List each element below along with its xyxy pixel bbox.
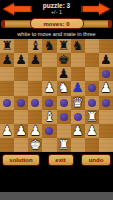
square-e6[interactable]: ♟ [57,67,71,81]
square-a5[interactable] [0,81,14,95]
piece-black-pawn-h7[interactable]: ♟ [100,53,112,67]
square-a8[interactable]: ♜ [0,39,14,53]
square-f8[interactable]: ♞ [71,39,85,53]
piece-white-pawn-d5[interactable]: ♟ [44,81,56,95]
header: puzzle: 3 +/- 1 [0,2,113,15]
square-a6[interactable] [0,67,14,81]
move-dot-a4[interactable] [3,99,11,107]
piece-white-pawn-f2[interactable]: ♟ [72,124,84,138]
square-e3[interactable] [57,110,71,124]
button-row: solution exit undo [2,154,111,166]
move-dot-e4[interactable] [60,99,68,107]
square-e7[interactable]: ♚ [57,53,71,67]
move-dot-h6[interactable] [102,70,110,78]
square-d7[interactable] [42,53,56,67]
piece-black-pawn-b7[interactable]: ♟ [15,53,27,67]
square-g7[interactable] [85,53,99,67]
square-f3[interactable] [71,110,85,124]
square-a7[interactable]: ♟ [0,53,14,67]
chess-puzzle-app: puzzle: 3 +/- 1 moves: 0 white to move a… [0,0,113,200]
piece-black-knight-d8[interactable]: ♞ [44,39,56,53]
piece-black-knight-f8[interactable]: ♞ [72,39,84,53]
piece-white-pawn-h5[interactable]: ♟ [100,81,112,95]
square-b5[interactable] [14,81,28,95]
move-dot-c4[interactable] [31,99,39,107]
square-d8[interactable]: ♞ [42,39,56,53]
move-dot-f3[interactable] [74,113,82,121]
square-b1[interactable] [14,138,28,152]
square-h1[interactable] [99,138,113,152]
square-f2[interactable]: ♟ [71,124,85,138]
square-f4[interactable]: ♛ [71,96,85,110]
piece-white-pawn-c2[interactable]: ♟ [29,124,41,138]
move-dot-e3[interactable] [60,113,68,121]
move-dot-g5[interactable] [88,84,96,92]
puzzle-number-label: puzzle: 3 [0,2,113,9]
square-d4[interactable] [42,96,56,110]
move-dot-b4[interactable] [17,99,25,107]
square-c5[interactable] [28,81,42,95]
square-a1[interactable] [0,138,14,152]
piece-black-bishop-c8[interactable]: ♝ [29,39,41,53]
instruction-text: white to move and mate in three [0,31,113,37]
piece-white-knight-e5[interactable]: ♞ [58,81,70,95]
square-b7[interactable]: ♟ [14,53,28,67]
square-h6[interactable] [99,67,113,81]
square-g5[interactable] [85,81,99,95]
square-g3[interactable]: ♜ [85,110,99,124]
square-g6[interactable] [85,67,99,81]
board: ♜♝♞♜♞♟♟♟♚♟♟♟♞♟♟♛♝♜♟♟♟♟♟♚♜ [0,39,113,152]
piece-white-king-c1[interactable]: ♚ [29,138,41,152]
square-g4[interactable] [85,96,99,110]
square-c8[interactable]: ♝ [28,39,42,53]
piece-black-rook-e8[interactable]: ♜ [58,39,70,53]
move-dot-d2[interactable] [45,127,53,135]
square-c4[interactable] [28,96,42,110]
square-d2[interactable] [42,124,56,138]
square-g8[interactable] [85,39,99,53]
square-a4[interactable] [0,96,14,110]
square-e2[interactable] [57,124,71,138]
solution-button[interactable]: solution [2,154,40,166]
square-e1[interactable]: ♜ [57,138,71,152]
square-h2[interactable] [99,124,113,138]
square-h8[interactable] [99,39,113,53]
square-b8[interactable] [14,39,28,53]
move-dot-g4[interactable] [88,99,96,107]
square-h5[interactable]: ♟ [99,81,113,95]
piece-white-pawn-g2[interactable]: ♟ [86,124,98,138]
bottom-bar [0,192,113,200]
square-c6[interactable] [28,67,42,81]
square-d3[interactable]: ♝ [42,110,56,124]
square-c1[interactable]: ♚ [28,138,42,152]
piece-white-queen-f4[interactable]: ♛ [72,96,84,110]
piece-white-rook-e1[interactable]: ♜ [58,138,70,152]
square-d1[interactable] [42,138,56,152]
piece-black-king-e7[interactable]: ♚ [58,53,70,67]
square-f1[interactable] [71,138,85,152]
square-a3[interactable] [0,110,14,124]
square-f7[interactable] [71,53,85,67]
square-h7[interactable]: ♟ [99,53,113,67]
square-a2[interactable]: ♟ [0,124,14,138]
square-f6[interactable] [71,67,85,81]
piece-black-rook-a8[interactable]: ♜ [1,39,13,53]
move-dot-d4[interactable] [45,99,53,107]
square-g1[interactable] [85,138,99,152]
square-b3[interactable] [14,110,28,124]
piece-black-pawn-f5[interactable]: ♟ [72,81,84,95]
moves-count-label: moves: 0 [43,21,69,27]
moves-slider-thumb[interactable]: moves: 0 [30,18,84,29]
square-f5[interactable]: ♟ [71,81,85,95]
piece-black-pawn-e6[interactable]: ♟ [58,67,70,81]
square-c3[interactable] [28,110,42,124]
square-d6[interactable] [42,67,56,81]
square-h3[interactable] [99,110,113,124]
square-h4[interactable] [99,96,113,110]
piece-black-pawn-a7[interactable]: ♟ [1,53,13,67]
undo-button[interactable]: undo [81,154,111,166]
square-c2[interactable]: ♟ [28,124,42,138]
piece-black-pawn-c7[interactable]: ♟ [29,53,41,67]
square-e5[interactable]: ♞ [57,81,71,95]
square-b2[interactable]: ♟ [14,124,28,138]
square-b6[interactable] [14,67,28,81]
square-d5[interactable]: ♟ [42,81,56,95]
square-c7[interactable]: ♟ [28,53,42,67]
square-b4[interactable] [14,96,28,110]
square-e8[interactable]: ♜ [57,39,71,53]
exit-button[interactable]: exit [48,154,74,166]
square-g2[interactable]: ♟ [85,124,99,138]
piece-white-pawn-b2[interactable]: ♟ [15,124,27,138]
puzzle-adjust-label: +/- 1 [0,9,113,15]
piece-white-pawn-a2[interactable]: ♟ [1,124,13,138]
square-e4[interactable] [57,96,71,110]
piece-white-rook-g3[interactable]: ♜ [86,110,98,124]
piece-white-bishop-d3[interactable]: ♝ [44,110,56,124]
move-dot-h4[interactable] [102,99,110,107]
